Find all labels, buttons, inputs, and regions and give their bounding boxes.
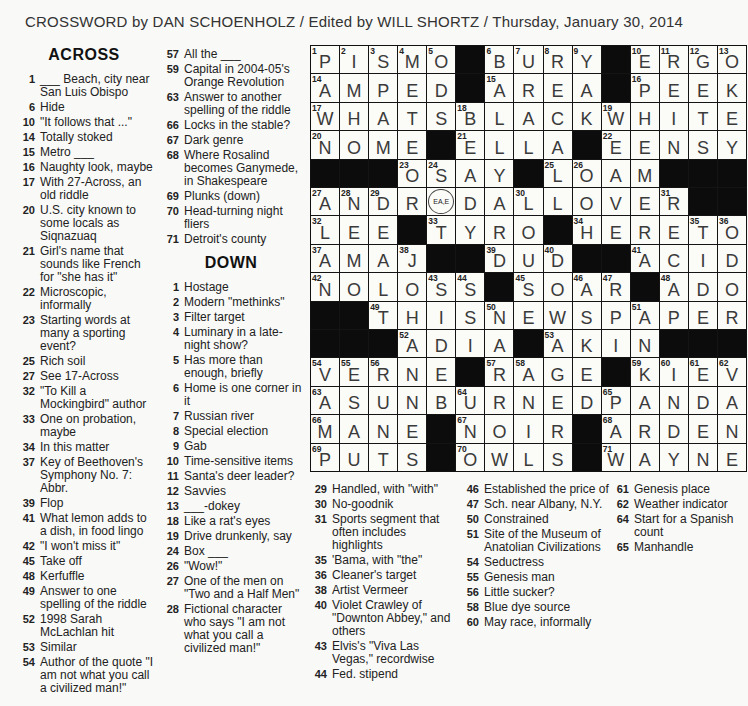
cell-r15c7[interactable]: W (485, 444, 513, 471)
clue-across-23: 23Starting words at many a sporting even… (14, 314, 154, 353)
cell-r13c6[interactable]: 64U (456, 387, 484, 414)
cell-r3c2[interactable]: H (340, 103, 368, 130)
cell-r9c11[interactable]: 47R (602, 273, 630, 300)
cell-r9c8[interactable]: 45S (514, 273, 542, 300)
cell-r1c13[interactable]: 11R (660, 46, 688, 73)
cell-r3c1[interactable]: 17W (311, 103, 339, 130)
clue-number: 53 (14, 641, 40, 654)
cell-r10c12[interactable]: 51A (631, 302, 659, 329)
cell-r7c7[interactable]: R (485, 216, 513, 243)
clue-number: 2 (158, 296, 184, 309)
clue-across-71: 71Detroit's county (158, 233, 304, 246)
cell-r7c14[interactable]: 35T (689, 216, 717, 243)
cell-letter: T (369, 444, 397, 471)
cell-letter: A (573, 273, 601, 300)
cell-r5c9[interactable]: 25L (544, 160, 572, 187)
cell-r4c2[interactable]: O (340, 131, 368, 158)
cell-r12c7[interactable]: 57R (485, 358, 513, 385)
cell-letter: L (514, 188, 542, 215)
cell-r5c7[interactable]: Y (485, 160, 513, 187)
cell-r1c1[interactable]: 1P (311, 46, 339, 73)
clue-number: 64 (608, 513, 634, 539)
clue-number: 67 (158, 134, 184, 147)
cell-r10c13[interactable]: P (660, 302, 688, 329)
cell-r8c1[interactable]: 37A (311, 245, 339, 272)
cell-r3c6[interactable]: 18B (456, 103, 484, 130)
cell-letter: S (398, 444, 426, 471)
clue-down-13: 13___-dokey (158, 500, 304, 513)
cell-r6c3[interactable]: 29D (369, 188, 397, 215)
cell-r15c8[interactable]: L (514, 444, 542, 471)
cell-r10c7[interactable]: 50N (485, 302, 513, 329)
clue-number: 47 (458, 498, 484, 511)
cell-r2c7[interactable]: 15A (485, 74, 513, 101)
cell-r7c13[interactable]: E (660, 216, 688, 243)
cell-r3c15[interactable]: E (718, 103, 746, 130)
cell-r13c11[interactable]: 65P (602, 387, 630, 414)
clue-number: 38 (306, 584, 332, 597)
cell-letter: Y (573, 46, 601, 73)
cell-r8c8[interactable]: U (514, 245, 542, 272)
cell-r9c10[interactable]: 46A (573, 273, 601, 300)
cell-r14c8[interactable]: I (514, 415, 542, 442)
cell-r3c7[interactable]: L (485, 103, 513, 130)
cell-r15c4[interactable]: S (398, 444, 426, 471)
clue-text: Hide (40, 101, 154, 114)
cell-letter: A (369, 103, 397, 130)
cell-r4c12[interactable]: E (631, 131, 659, 158)
cell-r7c1[interactable]: 32L (311, 216, 339, 243)
cell-r12c15[interactable]: 62V (718, 358, 746, 385)
cell-r2c8[interactable]: R (514, 74, 542, 101)
cell-r4c11[interactable]: 22E (602, 131, 630, 158)
cell-r5c4[interactable]: 23O (398, 160, 426, 187)
clue-text: Take off (40, 555, 154, 568)
clue-text: Little sucker? (484, 586, 610, 599)
cell-r13c13[interactable]: N (660, 387, 688, 414)
cell-r11c5[interactable]: D (427, 330, 455, 357)
cell-r12c12[interactable]: 59K (631, 358, 659, 385)
cell-r6c13[interactable]: 31R (660, 188, 688, 215)
cell-r5c12[interactable]: M (631, 160, 659, 187)
cell-r4c14[interactable]: S (689, 131, 717, 158)
cell-r1c14[interactable]: 12G (689, 46, 717, 73)
cell-letter: A (369, 245, 397, 272)
cell-letter: N (369, 415, 397, 442)
cell-r6c2[interactable]: 28N (340, 188, 368, 215)
cell-r14c1[interactable]: 66M (311, 415, 339, 442)
cell-r2c1[interactable]: 14A (311, 74, 339, 101)
clue-down-1: 1Hostage (158, 281, 304, 294)
black-cell-r11c15 (718, 330, 746, 357)
clue-number: 9 (158, 440, 184, 453)
clue-text: Naughty look, maybe (40, 161, 154, 174)
cell-letter: E (718, 444, 746, 471)
clue-down-61: 61Genesis place (608, 483, 746, 496)
clue-down-54: 54Seductress (458, 556, 610, 569)
cell-r7c10[interactable]: 34H (573, 216, 601, 243)
cell-r9c13[interactable]: 48A (660, 273, 688, 300)
cell-r6c6[interactable]: D (456, 188, 484, 215)
cell-r9c5[interactable]: 43S (427, 273, 455, 300)
cell-r5c5[interactable]: 24S (427, 160, 455, 187)
clue-down-19: 19Drive drunkenly, say (158, 530, 304, 543)
cell-r11c10[interactable]: K (573, 330, 601, 357)
cell-r9c3[interactable]: L (369, 273, 397, 300)
cell-letter: I (456, 330, 484, 357)
cell-r11c9[interactable]: 53A (544, 330, 572, 357)
cell-r1c8[interactable]: 7U (514, 46, 542, 73)
cell-r1c10[interactable]: 9Y (573, 46, 601, 73)
cell-r2c9[interactable]: E (544, 74, 572, 101)
clue-across-59: 59Capital in 2004-05's Orange Revolution (158, 63, 304, 89)
cell-letter: K (573, 330, 601, 357)
cell-letter: O (573, 188, 601, 215)
clue-text: Key of Beethoven's Symphony No. 7: Abbr. (40, 456, 154, 495)
cell-r6c11[interactable]: V (602, 188, 630, 215)
cell-r3c8[interactable]: A (514, 103, 542, 130)
cell-r3c10[interactable]: K (573, 103, 601, 130)
cell-r6c12[interactable]: E (631, 188, 659, 215)
clue-across-21: 21Girl's name that sounds like French fo… (14, 245, 154, 284)
cell-letter: O (340, 273, 368, 300)
cell-r10c15[interactable]: R (718, 302, 746, 329)
cell-r9c1[interactable]: 42N (311, 273, 339, 300)
clue-text: Locks in the stable? (184, 119, 304, 132)
down-clue-list-continued-2: 46Established the price of47Sch. near Al… (458, 483, 610, 629)
clue-text: Constrained (484, 513, 610, 526)
clue-across-45: 45Take off (14, 555, 154, 568)
clue-text: Drive drunkenly, say (184, 530, 304, 543)
cell-r6c4[interactable]: R (398, 188, 426, 215)
clue-number: 58 (458, 601, 484, 614)
cell-r13c3[interactable]: U (369, 387, 397, 414)
cell-r12c5[interactable]: E (427, 358, 455, 385)
cell-r15c9[interactable]: S (544, 444, 572, 471)
clue-across-39: 39Flop (14, 497, 154, 510)
cell-r1c3[interactable]: 3S (369, 46, 397, 73)
cell-r15c15[interactable]: E (718, 444, 746, 471)
cell-r14c14[interactable]: E (689, 415, 717, 442)
cell-r15c3[interactable]: T (369, 444, 397, 471)
cell-r12c2[interactable]: 55E (340, 358, 368, 385)
cell-r4c6[interactable]: 21E (456, 131, 484, 158)
cell-r4c9[interactable]: A (544, 131, 572, 158)
cell-r11c6[interactable]: I (456, 330, 484, 357)
clue-number: 55 (458, 571, 484, 584)
cell-r12c1[interactable]: 54V (311, 358, 339, 385)
clue-across-69: 69Plunks (down) (158, 190, 304, 203)
cell-letter: M (340, 74, 368, 101)
cell-r13c5[interactable]: B (427, 387, 455, 414)
cell-r15c2[interactable]: U (340, 444, 368, 471)
cell-r11c11[interactable]: I (602, 330, 630, 357)
cell-letter: V (602, 188, 630, 215)
cell-r14c4[interactable]: E (398, 415, 426, 442)
cell-r15c6[interactable]: 70O (456, 444, 484, 471)
cell-letter: P (602, 302, 630, 329)
cell-r8c15[interactable]: D (718, 245, 746, 272)
cell-letter: A (573, 74, 601, 101)
cell-r9c4[interactable]: O (398, 273, 426, 300)
cell-r7c12[interactable]: R (631, 216, 659, 243)
cell-r2c14[interactable]: E (689, 74, 717, 101)
cell-r3c3[interactable]: A (369, 103, 397, 130)
cell-r1c12[interactable]: 10E (631, 46, 659, 73)
clue-text: With 27-Across, an old riddle (40, 176, 154, 202)
cell-r10c14[interactable]: E (689, 302, 717, 329)
cell-letter: A (485, 188, 513, 215)
cell-r14c7[interactable]: O (485, 415, 513, 442)
cell-r3c13[interactable]: I (660, 103, 688, 130)
cell-r13c14[interactable]: D (689, 387, 717, 414)
cell-r4c1[interactable]: 20N (311, 131, 339, 158)
cell-r2c10[interactable]: A (573, 74, 601, 101)
cell-letter: L (485, 103, 513, 130)
cell-r10c10[interactable]: S (573, 302, 601, 329)
cell-r12c10[interactable]: E (573, 358, 601, 385)
clue-down-30: 30No-goodnik (306, 498, 458, 511)
cell-r13c7[interactable]: R (485, 387, 513, 414)
cell-r3c14[interactable]: T (689, 103, 717, 130)
cell-letter: D (369, 188, 397, 215)
clue-down-9: 9Gab (158, 440, 304, 453)
clue-text: In this matter (40, 441, 154, 454)
cell-r6c8[interactable]: 30L (514, 188, 542, 215)
cell-r15c11[interactable]: 71W (602, 444, 630, 471)
cell-r8c14[interactable]: I (689, 245, 717, 272)
clue-text: Santa's deer leader? (184, 470, 304, 483)
cell-r13c10[interactable]: D (573, 387, 601, 414)
cell-r2c13[interactable]: E (660, 74, 688, 101)
cell-letter: E (602, 216, 630, 243)
clue-across-27: 27See 17-Across (14, 370, 154, 383)
cell-r2c2[interactable]: M (340, 74, 368, 101)
clue-down-60: 60May race, informally (458, 616, 610, 629)
cell-letter: R (544, 415, 572, 442)
cell-r1c5[interactable]: 5O (427, 46, 455, 73)
cell-r13c1[interactable]: 63A (311, 387, 339, 414)
cell-r12c3[interactable]: 56R (369, 358, 397, 385)
cell-r3c12[interactable]: H (631, 103, 659, 130)
cell-r4c13[interactable]: N (660, 131, 688, 158)
cell-r1c15[interactable]: 13O (718, 46, 746, 73)
cell-r7c5[interactable]: 33T (427, 216, 455, 243)
cell-letter: W (485, 444, 513, 471)
clue-number: 31 (306, 513, 332, 552)
cell-letter: L (369, 273, 397, 300)
cell-r6c7[interactable]: A (485, 188, 513, 215)
cell-r2c3[interactable]: P (369, 74, 397, 101)
cell-letter: S (544, 444, 572, 471)
cell-r6c1[interactable]: 27A (311, 188, 339, 215)
black-cell-r9c7 (485, 273, 513, 300)
cell-r8c4[interactable]: 38J (398, 245, 426, 272)
cell-r12c14[interactable]: 61E (689, 358, 717, 385)
cell-r4c7[interactable]: L (485, 131, 513, 158)
cell-letter: S (340, 387, 368, 414)
cell-r3c4[interactable]: T (398, 103, 426, 130)
cell-r9c9[interactable]: O (544, 273, 572, 300)
cell-r7c3[interactable]: E (369, 216, 397, 243)
cell-r9c6[interactable]: 44S (456, 273, 484, 300)
cell-r14c15[interactable]: N (718, 415, 746, 442)
cell-r8c3[interactable]: A (369, 245, 397, 272)
cell-r13c9[interactable]: E (544, 387, 572, 414)
cell-r12c9[interactable]: G (544, 358, 572, 385)
black-cell-r8c6 (456, 245, 484, 272)
cell-r8c7[interactable]: 39D (485, 245, 513, 272)
clue-text: Seductress (484, 556, 610, 569)
cell-r14c2[interactable]: A (340, 415, 368, 442)
clue-text: Fed. stipend (332, 668, 458, 681)
cell-r11c4[interactable]: 52A (398, 330, 426, 357)
cell-r13c4[interactable]: N (398, 387, 426, 414)
clue-down-58: 58Blue dye source (458, 601, 610, 614)
black-cell-r5c14 (689, 160, 717, 187)
clue-across-17: 17With 27-Across, an old riddle (14, 176, 154, 202)
cell-r10c8[interactable]: E (514, 302, 542, 329)
cell-r4c3[interactable]: M (369, 131, 397, 158)
cell-r7c11[interactable]: E (602, 216, 630, 243)
cell-r11c12[interactable]: N (631, 330, 659, 357)
clue-text: Savvies (184, 485, 304, 498)
cell-r10c9[interactable]: W (544, 302, 572, 329)
cell-r4c4[interactable]: E (398, 131, 426, 158)
cell-r6c5[interactable]: EA,E (427, 188, 455, 215)
cell-r10c11[interactable]: P (602, 302, 630, 329)
cell-r10c4[interactable]: H (398, 302, 426, 329)
cell-letter: R (485, 387, 513, 414)
cell-letter: D (544, 245, 572, 272)
cell-letter: I (689, 245, 717, 272)
cell-r15c1[interactable]: 69P (311, 444, 339, 471)
cell-r15c12[interactable]: A (631, 444, 659, 471)
cell-r14c6[interactable]: 67N (456, 415, 484, 442)
cell-r13c15[interactable]: A (718, 387, 746, 414)
cell-r6c10[interactable]: O (573, 188, 601, 215)
clue-number: 26 (158, 560, 184, 573)
cell-r3c9[interactable]: C (544, 103, 572, 130)
cell-r15c13[interactable]: Y (660, 444, 688, 471)
cell-r3c5[interactable]: S (427, 103, 455, 130)
cell-r1c2[interactable]: 2I (340, 46, 368, 73)
cell-r14c9[interactable]: R (544, 415, 572, 442)
crossword-grid: 1P2I3S4M5O6B7U8R9Y10E11R12G13O14AMPED15A… (310, 45, 747, 472)
cell-r10c6[interactable]: S (456, 302, 484, 329)
cell-r7c6[interactable]: Y (456, 216, 484, 243)
cell-letter: L (514, 444, 542, 471)
cell-letter: E (398, 131, 426, 158)
cell-r2c15[interactable]: K (718, 74, 746, 101)
cell-r9c14[interactable]: D (689, 273, 717, 300)
cell-letter: P (369, 74, 397, 101)
clue-number: 7 (158, 410, 184, 423)
cell-r8c9[interactable]: 40D (544, 245, 572, 272)
cell-r13c8[interactable]: N (514, 387, 542, 414)
cell-r13c12[interactable]: A (631, 387, 659, 414)
cell-r7c15[interactable]: 36O (718, 216, 746, 243)
cell-r11c7[interactable]: A (485, 330, 513, 357)
cell-letter: A (398, 330, 426, 357)
clue-across-34: 34In this matter (14, 441, 154, 454)
clue-across-66: 66Locks in the stable? (158, 119, 304, 132)
clue-number: 49 (14, 585, 40, 611)
cell-letter: E (660, 216, 688, 243)
clue-text: Totally stoked (40, 131, 154, 144)
cell-letter: A (544, 330, 572, 357)
clue-text: See 17-Across (40, 370, 154, 383)
cell-r1c4[interactable]: 4M (398, 46, 426, 73)
cell-r14c13[interactable]: D (660, 415, 688, 442)
cell-r1c9[interactable]: 8R (544, 46, 572, 73)
cell-r8c2[interactable]: M (340, 245, 368, 272)
clue-number: 27 (14, 370, 40, 383)
black-cell-r5c15 (718, 160, 746, 187)
cell-r12c8[interactable]: 58A (514, 358, 542, 385)
cell-letter: A (340, 415, 368, 442)
cell-letter: A (602, 415, 630, 442)
clue-text: Site of the Museum of Anatolian Civiliza… (484, 528, 610, 554)
cell-r9c15[interactable]: O (718, 273, 746, 300)
cell-letter: E (718, 103, 746, 130)
cell-r14c12[interactable]: R (631, 415, 659, 442)
clue-down-40: 40Violet Crawley of "Downton Abbey," and… (306, 599, 458, 638)
cell-r7c8[interactable]: O (514, 216, 542, 243)
cell-letter: E (544, 387, 572, 414)
cell-r2c4[interactable]: E (398, 74, 426, 101)
cell-r3c11[interactable]: 19W (602, 103, 630, 130)
cell-r8c13[interactable]: C (660, 245, 688, 272)
cell-r6c9[interactable]: L (544, 188, 572, 215)
cell-r8c12[interactable]: 41A (631, 245, 659, 272)
cell-r2c5[interactable]: D (427, 74, 455, 101)
cell-r10c5[interactable]: I (427, 302, 455, 329)
cell-r7c2[interactable]: E (340, 216, 368, 243)
cell-r4c8[interactable]: L (514, 131, 542, 158)
cell-r14c3[interactable]: N (369, 415, 397, 442)
cell-r2c12[interactable]: 16P (631, 74, 659, 101)
clue-number: 56 (458, 586, 484, 599)
cell-r15c14[interactable]: N (689, 444, 717, 471)
clue-number: 44 (306, 668, 332, 681)
clue-number: 3 (158, 311, 184, 324)
cell-r14c11[interactable]: 68A (602, 415, 630, 442)
clue-text: Detroit's county (184, 233, 304, 246)
clue-number: 60 (458, 616, 484, 629)
cell-letter: M (311, 415, 339, 442)
cell-r5c10[interactable]: 26O (573, 160, 601, 187)
cell-r13c2[interactable]: S (340, 387, 368, 414)
clue-across-70: 70Head-turning night fliers (158, 205, 304, 231)
clue-number: 21 (14, 245, 40, 284)
cell-r9c2[interactable]: O (340, 273, 368, 300)
cell-r12c4[interactable]: N (398, 358, 426, 385)
across-clue-list-continued: 57All the ___59Capital in 2004-05's Oran… (158, 48, 304, 246)
cell-letter: D (660, 415, 688, 442)
cell-r1c7[interactable]: 6B (485, 46, 513, 73)
cell-r5c11[interactable]: A (602, 160, 630, 187)
cell-r4c15[interactable]: Y (718, 131, 746, 158)
clue-number: 23 (14, 314, 40, 353)
cell-r10c3[interactable]: 49T (369, 302, 397, 329)
clue-across-54: 54Author of the quote "I am not what you… (14, 656, 154, 695)
cell-letter: T (369, 302, 397, 329)
cell-r12c13[interactable]: 60I (660, 358, 688, 385)
cell-letter: D (689, 273, 717, 300)
cell-letter: V (311, 358, 339, 385)
cell-r5c6[interactable]: A (456, 160, 484, 187)
